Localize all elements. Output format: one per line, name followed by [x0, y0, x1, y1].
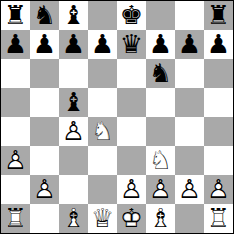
square-f2[interactable]: ♟♙ [146, 175, 175, 204]
square-g6[interactable] [175, 59, 204, 88]
black-queen-e7: ♛ [117, 30, 146, 59]
chess-board: ♜♞♝♚♜♟♟♟♟♛♟♟♟♞♝♟♙♞♘♟♙♞♘♟♙♟♙♟♙♟♙♟♙♜♖♝♗♛♕♚… [0, 0, 234, 234]
black-pawn-c7: ♟ [59, 30, 88, 59]
square-b7[interactable]: ♟ [30, 30, 59, 59]
square-h4[interactable] [204, 117, 233, 146]
square-f4[interactable] [146, 117, 175, 146]
white-piece-outline: ♔ [117, 204, 146, 233]
square-b6[interactable] [30, 59, 59, 88]
square-d3[interactable] [88, 146, 117, 175]
square-d6[interactable] [88, 59, 117, 88]
square-f6[interactable]: ♞ [146, 59, 175, 88]
square-h1[interactable]: ♜♖ [204, 204, 233, 233]
square-f3[interactable]: ♞♘ [146, 146, 175, 175]
square-f7[interactable]: ♟ [146, 30, 175, 59]
square-e1[interactable]: ♚♔ [117, 204, 146, 233]
chess-board-grid: ♜♞♝♚♜♟♟♟♟♛♟♟♟♞♝♟♙♞♘♟♙♞♘♟♙♟♙♟♙♟♙♟♙♜♖♝♗♛♕♚… [1, 1, 233, 233]
black-pawn-f7: ♟ [146, 30, 175, 59]
square-d1[interactable]: ♛♕ [88, 204, 117, 233]
white-piece-outline: ♖ [1, 204, 30, 233]
white-piece-outline: ♙ [146, 175, 175, 204]
white-knight-d4: ♞♘ [88, 117, 117, 146]
black-rook-h8: ♜ [204, 1, 233, 30]
square-h5[interactable] [204, 88, 233, 117]
square-b1[interactable] [30, 204, 59, 233]
square-c2[interactable] [59, 175, 88, 204]
black-pawn-g7: ♟ [175, 30, 204, 59]
square-d8[interactable] [88, 1, 117, 30]
white-pawn-b2: ♟♙ [30, 175, 59, 204]
white-piece-outline: ♗ [59, 204, 88, 233]
square-e8[interactable]: ♚ [117, 1, 146, 30]
square-e2[interactable]: ♟♙ [117, 175, 146, 204]
black-rook-a8: ♜ [1, 1, 30, 30]
white-pawn-c4: ♟♙ [59, 117, 88, 146]
square-a3[interactable]: ♟♙ [1, 146, 30, 175]
square-h8[interactable]: ♜ [204, 1, 233, 30]
black-king-e8: ♚ [117, 1, 146, 30]
white-pawn-g2: ♟♙ [175, 175, 204, 204]
white-queen-d1: ♛♕ [88, 204, 117, 233]
square-g8[interactable] [175, 1, 204, 30]
white-piece-outline: ♖ [204, 204, 233, 233]
square-a7[interactable]: ♟ [1, 30, 30, 59]
square-b2[interactable]: ♟♙ [30, 175, 59, 204]
square-h3[interactable] [204, 146, 233, 175]
square-d2[interactable] [88, 175, 117, 204]
square-e5[interactable] [117, 88, 146, 117]
white-piece-outline: ♙ [117, 175, 146, 204]
white-piece-outline: ♕ [88, 204, 117, 233]
square-a6[interactable] [1, 59, 30, 88]
square-g5[interactable] [175, 88, 204, 117]
square-b8[interactable]: ♞ [30, 1, 59, 30]
white-pawn-a3: ♟♙ [1, 146, 30, 175]
white-rook-a1: ♜♖ [1, 204, 30, 233]
square-e6[interactable] [117, 59, 146, 88]
square-e3[interactable] [117, 146, 146, 175]
white-knight-f3: ♞♘ [146, 146, 175, 175]
square-a4[interactable] [1, 117, 30, 146]
white-rook-h1: ♜♖ [204, 204, 233, 233]
white-pawn-h2: ♟♙ [204, 175, 233, 204]
square-e7[interactable]: ♛ [117, 30, 146, 59]
square-h6[interactable] [204, 59, 233, 88]
white-king-e1: ♚♔ [117, 204, 146, 233]
white-pawn-e2: ♟♙ [117, 175, 146, 204]
square-g3[interactable] [175, 146, 204, 175]
square-c7[interactable]: ♟ [59, 30, 88, 59]
white-piece-outline: ♙ [175, 175, 204, 204]
square-c1[interactable]: ♝♗ [59, 204, 88, 233]
white-bishop-c1: ♝♗ [59, 204, 88, 233]
square-h7[interactable]: ♟ [204, 30, 233, 59]
square-g2[interactable]: ♟♙ [175, 175, 204, 204]
square-c4[interactable]: ♟♙ [59, 117, 88, 146]
square-e4[interactable] [117, 117, 146, 146]
white-bishop-f1: ♝♗ [146, 204, 175, 233]
square-g1[interactable] [175, 204, 204, 233]
black-knight-f6: ♞ [146, 59, 175, 88]
square-b3[interactable] [30, 146, 59, 175]
white-piece-outline: ♙ [59, 117, 88, 146]
white-piece-outline: ♘ [146, 146, 175, 175]
square-a2[interactable] [1, 175, 30, 204]
square-d5[interactable] [88, 88, 117, 117]
square-f1[interactable]: ♝♗ [146, 204, 175, 233]
white-piece-outline: ♗ [146, 204, 175, 233]
square-g7[interactable]: ♟ [175, 30, 204, 59]
black-knight-b8: ♞ [30, 1, 59, 30]
black-pawn-h7: ♟ [204, 30, 233, 59]
square-d7[interactable]: ♟ [88, 30, 117, 59]
square-a5[interactable] [1, 88, 30, 117]
black-bishop-c8: ♝ [59, 1, 88, 30]
square-b5[interactable] [30, 88, 59, 117]
white-pawn-f2: ♟♙ [146, 175, 175, 204]
square-c8[interactable]: ♝ [59, 1, 88, 30]
white-piece-outline: ♙ [1, 146, 30, 175]
black-pawn-b7: ♟ [30, 30, 59, 59]
square-a1[interactable]: ♜♖ [1, 204, 30, 233]
square-c5[interactable]: ♝ [59, 88, 88, 117]
square-h2[interactable]: ♟♙ [204, 175, 233, 204]
square-f8[interactable] [146, 1, 175, 30]
square-a8[interactable]: ♜ [1, 1, 30, 30]
square-d4[interactable]: ♞♘ [88, 117, 117, 146]
square-c3[interactable] [59, 146, 88, 175]
white-piece-outline: ♙ [204, 175, 233, 204]
square-g4[interactable] [175, 117, 204, 146]
white-piece-outline: ♘ [88, 117, 117, 146]
square-f5[interactable] [146, 88, 175, 117]
black-bishop-c5: ♝ [59, 88, 88, 117]
square-b4[interactable] [30, 117, 59, 146]
white-piece-outline: ♙ [30, 175, 59, 204]
square-c6[interactable] [59, 59, 88, 88]
black-pawn-a7: ♟ [1, 30, 30, 59]
black-pawn-d7: ♟ [88, 30, 117, 59]
